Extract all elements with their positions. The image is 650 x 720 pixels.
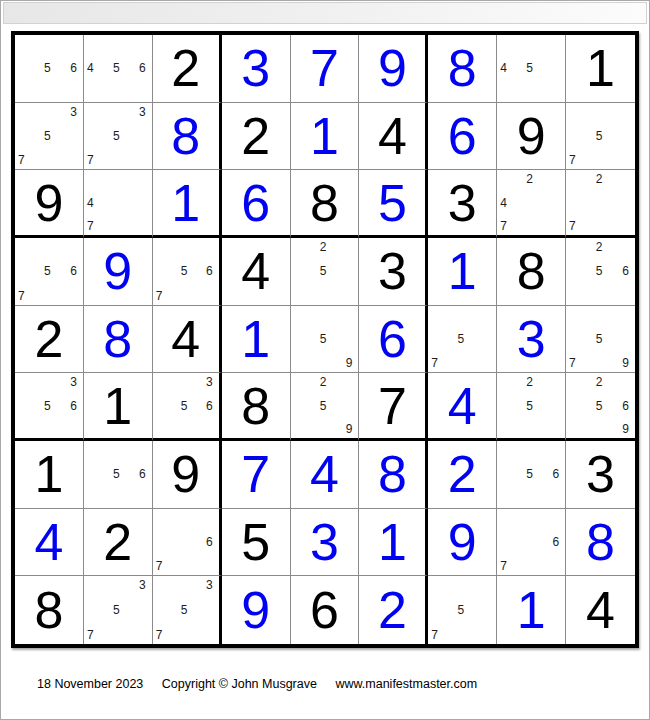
cell-value: 7	[241, 448, 270, 500]
candidate-mark: 9	[609, 415, 629, 435]
sudoku-cell-r2c9: 57	[566, 103, 635, 171]
cell-candidates: 45	[497, 35, 565, 102]
cell-candidates: 356	[15, 373, 83, 438]
candidate-mark: 5	[107, 464, 127, 484]
sudoku-cell-r3c8: 247	[497, 170, 566, 238]
candidate-mark: 7	[156, 281, 175, 301]
cell-value: 6	[448, 110, 477, 162]
cell-candidates: 357	[15, 103, 83, 170]
cell-candidates: 57	[428, 576, 496, 644]
candidate-mark: 4	[87, 193, 107, 213]
candidate-mark: 7	[431, 620, 451, 641]
candidate-mark: 5	[589, 396, 609, 416]
candidate-mark: 7	[431, 349, 451, 369]
cell-candidates: 56	[15, 35, 83, 102]
candidate-mark: 6	[126, 464, 146, 484]
sudoku-cell-r7c9: 3	[566, 441, 635, 509]
cell-value: 8	[378, 448, 407, 500]
cell-value: 1	[586, 42, 615, 94]
sudoku-cell-r8c8: 67	[497, 509, 566, 577]
candidate-mark: 2	[589, 241, 609, 261]
sudoku-cell-r6c4: 8	[222, 373, 291, 441]
candidate-mark: 5	[313, 396, 333, 416]
cell-value: 3	[517, 313, 546, 365]
candidate-mark: 5	[589, 329, 609, 349]
candidate-mark: 4	[500, 58, 520, 78]
cell-candidates: 356	[153, 373, 219, 438]
candidate-mark: 7	[18, 146, 38, 166]
sudoku-cell-r7c2: 56	[84, 441, 153, 509]
candidate-mark: 7	[156, 552, 175, 572]
sudoku-cell-r5c3: 4	[153, 306, 222, 374]
cell-candidates: 579	[566, 306, 635, 373]
sudoku-cell-r4c9: 256	[566, 238, 635, 306]
sudoku-cell-r7c4: 7	[222, 441, 291, 509]
sudoku-cell-r3c2: 47	[84, 170, 153, 238]
cell-value: 2	[448, 448, 477, 500]
candidate-mark: 7	[500, 552, 520, 572]
sudoku-cell-r4c8: 8	[497, 238, 566, 306]
cell-value: 9	[517, 110, 546, 162]
footer-website: www.manifestmaster.com	[335, 677, 477, 691]
candidate-mark: 2	[520, 376, 540, 396]
candidate-mark: 2	[313, 376, 333, 396]
candidate-mark: 6	[126, 58, 146, 78]
sudoku-cell-r3c6: 5	[359, 170, 428, 238]
cell-value: 1	[103, 380, 132, 432]
sudoku-cell-r4c3: 567	[153, 238, 222, 306]
sudoku-cell-r2c8: 9	[497, 103, 566, 171]
candidate-mark: 2	[520, 173, 540, 193]
cell-value: 2	[171, 42, 200, 94]
candidate-mark: 5	[451, 329, 471, 349]
candidate-mark: 6	[539, 532, 559, 552]
sudoku-cell-r3c7: 3	[428, 170, 497, 238]
cell-value: 1	[378, 516, 407, 568]
candidate-mark: 7	[87, 146, 107, 166]
sudoku-cell-r9c8: 1	[497, 576, 566, 644]
sudoku-cell-r1c4: 3	[222, 35, 291, 103]
cell-value: 2	[34, 313, 63, 365]
cell-value: 9	[34, 177, 63, 229]
sudoku-cell-r5c9: 579	[566, 306, 635, 374]
cell-value: 5	[241, 516, 270, 568]
candidate-mark: 5	[38, 261, 58, 281]
cell-value: 2	[378, 584, 407, 636]
candidate-mark: 3	[57, 376, 77, 396]
sudoku-cell-r1c2: 456	[84, 35, 153, 103]
candidate-mark: 7	[18, 281, 38, 301]
sudoku-cell-r9c6: 2	[359, 576, 428, 644]
cell-value: 1	[34, 448, 63, 500]
cell-value: 9	[171, 448, 200, 500]
cell-value: 3	[310, 516, 339, 568]
sudoku-cell-r6c7: 4	[428, 373, 497, 441]
footer-date: 18 November 2023	[37, 677, 143, 691]
sudoku-cell-r2c5: 1	[291, 103, 360, 171]
cell-candidates: 47	[84, 170, 152, 235]
cell-value: 8	[34, 584, 63, 636]
candidate-mark: 2	[589, 173, 609, 193]
cell-candidates: 56	[497, 441, 565, 508]
sudoku-cell-r9c2: 357	[84, 576, 153, 644]
candidate-mark: 9	[333, 349, 353, 369]
cell-candidates: 2569	[566, 373, 635, 438]
sudoku-cell-r6c2: 1	[84, 373, 153, 441]
cell-candidates: 59	[291, 306, 359, 373]
sudoku-cell-r8c2: 2	[84, 509, 153, 577]
candidate-mark: 7	[156, 620, 175, 641]
sudoku-cell-r3c4: 6	[222, 170, 291, 238]
cell-value: 4	[171, 313, 200, 365]
cell-candidates: 56	[84, 441, 152, 508]
top-scrollbar[interactable]	[3, 2, 647, 24]
sudoku-cell-r2c3: 8	[153, 103, 222, 171]
sudoku-cell-r6c1: 356	[15, 373, 84, 441]
sudoku-cell-r4c2: 9	[84, 238, 153, 306]
cell-value: 5	[378, 177, 407, 229]
cell-candidates: 456	[84, 35, 152, 102]
cell-value: 9	[448, 516, 477, 568]
sudoku-cell-r3c3: 1	[153, 170, 222, 238]
cell-value: 6	[378, 313, 407, 365]
sudoku-cell-r3c5: 8	[291, 170, 360, 238]
sudoku-cell-r6c3: 356	[153, 373, 222, 441]
candidate-mark: 6	[194, 532, 213, 552]
candidate-mark: 2	[313, 241, 333, 261]
sudoku-cell-r7c1: 1	[15, 441, 84, 509]
cell-value: 3	[241, 42, 270, 94]
candidate-mark: 5	[175, 600, 194, 621]
sudoku-cell-r7c3: 9	[153, 441, 222, 509]
sudoku-cell-r5c2: 8	[84, 306, 153, 374]
sudoku-cell-r2c6: 4	[359, 103, 428, 171]
candidate-mark: 6	[57, 396, 77, 416]
sudoku-cell-r9c5: 6	[291, 576, 360, 644]
cell-value: 2	[241, 110, 270, 162]
candidate-mark: 3	[126, 579, 146, 600]
sudoku-cell-r3c9: 27	[566, 170, 635, 238]
cell-value: 9	[241, 584, 270, 636]
candidate-mark: 5	[451, 600, 471, 621]
candidate-mark: 5	[107, 600, 127, 621]
cell-value: 3	[448, 177, 477, 229]
sudoku-cell-r4c4: 4	[222, 238, 291, 306]
candidate-mark: 5	[38, 396, 58, 416]
cell-value: 6	[310, 584, 339, 636]
candidate-mark: 6	[609, 261, 629, 281]
cell-value: 9	[378, 42, 407, 94]
cell-value: 7	[378, 380, 407, 432]
sudoku-cell-r7c7: 2	[428, 441, 497, 509]
cell-candidates: 567	[153, 238, 219, 305]
cell-candidates: 357	[84, 576, 152, 644]
cell-value: 7	[310, 42, 339, 94]
sudoku-cell-r8c3: 67	[153, 509, 222, 577]
cell-value: 2	[103, 516, 132, 568]
sudoku-cell-r2c4: 2	[222, 103, 291, 171]
sudoku-cell-r2c7: 6	[428, 103, 497, 171]
sudoku-cell-r8c4: 5	[222, 509, 291, 577]
sudoku-cell-r1c8: 45	[497, 35, 566, 103]
cell-value: 9	[103, 245, 132, 297]
sudoku-cell-r1c9: 1	[566, 35, 635, 103]
cell-value: 4	[586, 584, 615, 636]
candidate-mark: 9	[333, 415, 353, 435]
sudoku-cell-r9c1: 8	[15, 576, 84, 644]
cell-value: 1	[517, 584, 546, 636]
candidate-mark: 3	[194, 579, 213, 600]
candidate-mark: 3	[57, 106, 77, 126]
page: 5645623798451357357821469579471685324727…	[0, 0, 650, 720]
cell-candidates: 57	[566, 103, 635, 170]
candidate-mark: 5	[589, 126, 609, 146]
sudoku-cell-r7c5: 4	[291, 441, 360, 509]
candidate-mark: 4	[500, 193, 520, 213]
cell-candidates: 57	[428, 306, 496, 373]
sudoku-cell-r4c7: 1	[428, 238, 497, 306]
sudoku-board: 5645623798451357357821469579471685324727…	[11, 31, 639, 648]
cell-value: 8	[448, 42, 477, 94]
cell-value: 3	[378, 245, 407, 297]
sudoku-cell-r5c6: 6	[359, 306, 428, 374]
candidate-mark: 6	[609, 396, 629, 416]
cell-value: 1	[448, 245, 477, 297]
candidate-mark: 5	[175, 396, 194, 416]
sudoku-cell-r7c6: 8	[359, 441, 428, 509]
sudoku-cell-r5c1: 2	[15, 306, 84, 374]
candidate-mark: 4	[87, 58, 107, 78]
sudoku-cell-r4c5: 25	[291, 238, 360, 306]
sudoku-cell-r5c5: 59	[291, 306, 360, 374]
cell-candidates: 25	[291, 238, 359, 305]
sudoku-cell-r9c9: 4	[566, 576, 635, 644]
cell-candidates: 67	[153, 509, 219, 576]
sudoku-cell-r1c5: 7	[291, 35, 360, 103]
sudoku-cell-r1c3: 2	[153, 35, 222, 103]
cell-value: 4	[310, 448, 339, 500]
candidate-mark: 6	[57, 261, 77, 281]
sudoku-cell-r8c7: 9	[428, 509, 497, 577]
cell-value: 4	[241, 245, 270, 297]
candidate-mark: 5	[313, 261, 333, 281]
candidate-mark: 7	[87, 212, 107, 232]
candidate-mark: 6	[57, 58, 77, 78]
sudoku-cell-r1c1: 56	[15, 35, 84, 103]
sudoku-cell-r6c8: 25	[497, 373, 566, 441]
cell-value: 8	[517, 245, 546, 297]
sudoku-cell-r3c1: 9	[15, 170, 84, 238]
cell-value: 8	[310, 177, 339, 229]
cell-candidates: 67	[497, 509, 565, 576]
cell-value: 4	[448, 380, 477, 432]
candidate-mark: 7	[569, 349, 589, 369]
cell-value: 6	[241, 177, 270, 229]
cell-candidates: 567	[15, 238, 83, 305]
cell-candidates: 357	[153, 576, 219, 644]
sudoku-cell-r8c1: 4	[15, 509, 84, 577]
sudoku-cell-r6c9: 2569	[566, 373, 635, 441]
candidate-mark: 2	[589, 376, 609, 396]
cell-value: 8	[241, 380, 270, 432]
candidate-mark: 5	[38, 126, 58, 146]
sudoku-cell-r1c7: 8	[428, 35, 497, 103]
candidate-mark: 5	[589, 261, 609, 281]
candidate-mark: 5	[107, 126, 127, 146]
cell-candidates: 27	[566, 170, 635, 235]
sudoku-cell-r2c1: 357	[15, 103, 84, 171]
cell-candidates: 247	[497, 170, 565, 235]
sudoku-cell-r2c2: 357	[84, 103, 153, 171]
footer-copyright: Copyright © John Musgrave	[162, 677, 317, 691]
sudoku-cell-r8c9: 8	[566, 509, 635, 577]
candidate-mark: 5	[520, 58, 540, 78]
cell-value: 8	[103, 313, 132, 365]
sudoku-cell-r5c7: 57	[428, 306, 497, 374]
candidate-mark: 5	[520, 396, 540, 416]
cell-value: 4	[378, 110, 407, 162]
sudoku-cell-r9c3: 357	[153, 576, 222, 644]
cell-candidates: 25	[497, 373, 565, 438]
footer: 18 November 2023 Copyright © John Musgra…	[37, 677, 477, 691]
cell-value: 8	[171, 110, 200, 162]
candidate-mark: 6	[194, 396, 213, 416]
sudoku-cell-r1c6: 9	[359, 35, 428, 103]
sudoku-cell-r5c8: 3	[497, 306, 566, 374]
cell-value: 1	[310, 110, 339, 162]
cell-value: 3	[586, 448, 615, 500]
sudoku-cell-r4c1: 567	[15, 238, 84, 306]
candidate-mark: 6	[539, 464, 559, 484]
cell-candidates: 357	[84, 103, 152, 170]
candidate-mark: 5	[38, 58, 58, 78]
candidate-mark: 5	[313, 329, 333, 349]
cell-value: 1	[241, 313, 270, 365]
sudoku-cell-r9c7: 57	[428, 576, 497, 644]
cell-candidates: 259	[291, 373, 359, 438]
candidate-mark: 5	[175, 261, 194, 281]
candidate-mark: 7	[569, 212, 589, 232]
sudoku-cell-r4c6: 3	[359, 238, 428, 306]
sudoku-cell-r6c6: 7	[359, 373, 428, 441]
sudoku-cell-r6c5: 259	[291, 373, 360, 441]
sudoku-cell-r8c5: 3	[291, 509, 360, 577]
candidate-mark: 5	[520, 464, 540, 484]
sudoku-cell-r7c8: 56	[497, 441, 566, 509]
candidate-mark: 7	[569, 146, 589, 166]
cell-value: 1	[171, 177, 200, 229]
cell-value: 8	[586, 516, 615, 568]
candidate-mark: 9	[609, 349, 629, 369]
candidate-mark: 5	[107, 58, 127, 78]
sudoku-grid: 5645623798451357357821469579471685324727…	[15, 35, 635, 644]
candidate-mark: 7	[87, 620, 107, 641]
candidate-mark: 6	[194, 261, 213, 281]
sudoku-cell-r9c4: 9	[222, 576, 291, 644]
candidate-mark: 3	[194, 376, 213, 396]
candidate-mark: 7	[500, 212, 520, 232]
sudoku-cell-r5c4: 1	[222, 306, 291, 374]
cell-value: 4	[34, 516, 63, 568]
cell-candidates: 256	[566, 238, 635, 305]
candidate-mark: 3	[126, 106, 146, 126]
sudoku-cell-r8c6: 1	[359, 509, 428, 577]
